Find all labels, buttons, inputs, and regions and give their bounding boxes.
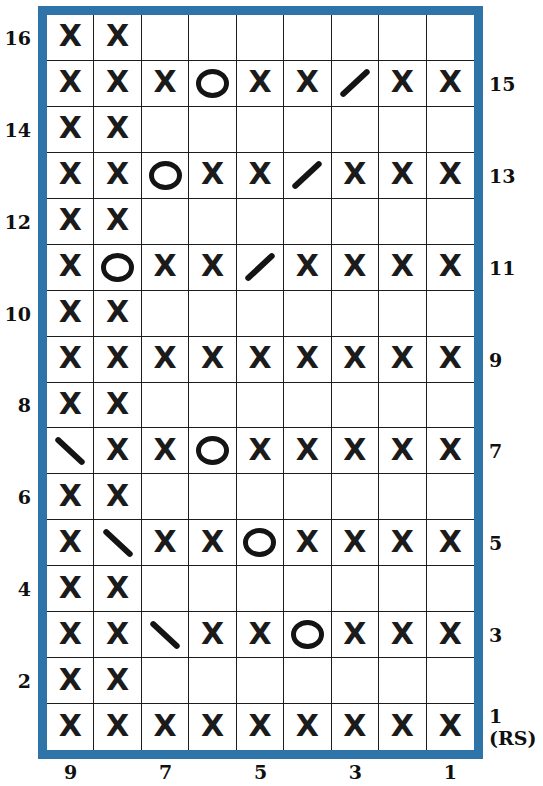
cell-r11-c6: X: [189, 245, 236, 291]
x-stitch-symbol: X: [343, 619, 366, 649]
yarn-over-circle-symbol: [196, 69, 229, 98]
chart-grid: XXXXXXXXXXXXXXXXXXXXXXXXXXXXXXXXXXXXXXXX…: [38, 6, 483, 759]
cell-r7-c3: X: [332, 428, 379, 474]
label-empty: [486, 107, 543, 153]
yarn-over-circle-symbol: [149, 161, 182, 190]
cell-r16-c1: [427, 15, 474, 61]
x-stitch-symbol: X: [201, 527, 224, 557]
x-stitch-symbol: X: [59, 343, 82, 373]
cell-r3-c1: X: [427, 612, 474, 658]
cell-r4-c4: [284, 566, 331, 612]
x-stitch-symbol: X: [154, 67, 177, 97]
x-stitch-symbol: X: [106, 389, 129, 419]
cell-r15-c9: X: [47, 61, 94, 107]
x-stitch-symbol: X: [296, 67, 319, 97]
x-stitch-symbol: X: [59, 389, 82, 419]
cell-r14-c9: X: [47, 107, 94, 153]
cell-r7-c9: [47, 428, 94, 474]
cell-r6-c4: [284, 474, 331, 520]
cell-r7-c7: X: [142, 428, 189, 474]
cell-r5-c6: X: [189, 520, 236, 566]
cell-r16-c3: [332, 15, 379, 61]
row-label-13: 13: [486, 153, 543, 199]
cell-r4-c6: [189, 566, 236, 612]
cell-r12-c9: X: [47, 199, 94, 245]
x-stitch-symbol: X: [106, 67, 129, 97]
cell-r12-c7: [142, 199, 189, 245]
label-empty: [0, 612, 34, 658]
x-stitch-symbol: X: [59, 665, 82, 695]
label-empty: [0, 704, 34, 750]
cell-r12-c5: [237, 199, 284, 245]
col-label-9: 9: [47, 758, 94, 785]
row-label-9: 9: [486, 337, 543, 383]
cell-r13-c8: X: [94, 153, 141, 199]
x-stitch-symbol: X: [154, 527, 177, 557]
cell-r11-c7: X: [142, 245, 189, 291]
label-empty: [0, 153, 34, 199]
cell-r9-c2: X: [379, 337, 426, 383]
cell-r10-c4: [284, 291, 331, 337]
label-empty: [486, 383, 543, 429]
x-stitch-symbol: X: [59, 481, 82, 511]
cell-r5-c4: X: [284, 520, 331, 566]
x-stitch-symbol: X: [106, 21, 129, 51]
x-stitch-symbol: X: [439, 527, 462, 557]
cell-r3-c3: X: [332, 612, 379, 658]
cell-r1-c7: X: [142, 704, 189, 750]
cell-r4-c8: X: [94, 566, 141, 612]
cell-r8-c4: [284, 383, 331, 429]
cell-r5-c7: X: [142, 520, 189, 566]
cell-r7-c8: X: [94, 428, 141, 474]
yarn-over-circle-symbol: [291, 620, 324, 649]
cell-r10-c8: X: [94, 291, 141, 337]
cell-r15-c6: [189, 61, 236, 107]
x-stitch-symbol: X: [296, 251, 319, 281]
cell-r13-c1: X: [427, 153, 474, 199]
x-stitch-symbol: X: [248, 711, 271, 741]
x-stitch-symbol: X: [391, 711, 414, 741]
cell-r11-c9: X: [47, 245, 94, 291]
x-stitch-symbol: X: [59, 619, 82, 649]
cell-r14-c4: [284, 107, 331, 153]
label-empty: [379, 758, 426, 785]
row-label-7: 7: [486, 428, 543, 474]
cell-r9-c6: X: [189, 337, 236, 383]
x-stitch-symbol: X: [439, 251, 462, 281]
x-stitch-symbol: X: [154, 711, 177, 741]
x-stitch-symbol: X: [296, 711, 319, 741]
row-label-16: 16: [0, 15, 34, 61]
x-stitch-symbol: X: [106, 113, 129, 143]
x-stitch-symbol: X: [106, 435, 129, 465]
cell-r16-c9: X: [47, 15, 94, 61]
cell-r1-c6: X: [189, 704, 236, 750]
slash-symbol: [291, 160, 323, 190]
cell-r9-c5: X: [237, 337, 284, 383]
yarn-over-circle-symbol: [196, 436, 229, 465]
x-stitch-symbol: X: [391, 251, 414, 281]
column-numbers-bottom: 97531: [47, 758, 474, 785]
x-stitch-symbol: X: [248, 159, 271, 189]
x-stitch-symbol: X: [106, 619, 129, 649]
label-empty: [486, 15, 543, 61]
label-empty: [0, 337, 34, 383]
cell-r1-c3: X: [332, 704, 379, 750]
cell-r3-c4: [284, 612, 331, 658]
x-stitch-symbol: X: [154, 435, 177, 465]
x-stitch-symbol: X: [343, 527, 366, 557]
x-stitch-symbol: X: [59, 21, 82, 51]
label-empty: [0, 61, 34, 107]
x-stitch-symbol: X: [201, 251, 224, 281]
row-label-4: 4: [0, 566, 34, 612]
label-empty: [486, 658, 543, 704]
cell-r12-c2: [379, 199, 426, 245]
cell-r11-c3: X: [332, 245, 379, 291]
x-stitch-symbol: X: [391, 435, 414, 465]
col-label-1: 1: [427, 758, 474, 785]
x-stitch-symbol: X: [106, 205, 129, 235]
cell-r16-c5: [237, 15, 284, 61]
cell-r4-c5: [237, 566, 284, 612]
x-stitch-symbol: X: [343, 711, 366, 741]
cell-r5-c9: X: [47, 520, 94, 566]
row-label-3: 3: [486, 612, 543, 658]
cell-r3-c6: X: [189, 612, 236, 658]
label-empty: [189, 758, 236, 785]
cell-r2-c1: [427, 658, 474, 704]
cell-r14-c3: [332, 107, 379, 153]
x-stitch-symbol: X: [154, 343, 177, 373]
x-stitch-symbol: X: [248, 435, 271, 465]
cell-r1-c5: X: [237, 704, 284, 750]
cell-r2-c3: [332, 658, 379, 704]
yarn-over-circle-symbol: [243, 528, 276, 557]
x-stitch-symbol: X: [296, 343, 319, 373]
cell-r11-c4: X: [284, 245, 331, 291]
cell-r5-c5: [237, 520, 284, 566]
cell-r16-c4: [284, 15, 331, 61]
cell-r9-c1: X: [427, 337, 474, 383]
row-label-5: 5: [486, 520, 543, 566]
x-stitch-symbol: X: [439, 67, 462, 97]
cell-r16-c8: X: [94, 15, 141, 61]
cell-r8-c5: [237, 383, 284, 429]
cell-r10-c1: [427, 291, 474, 337]
cell-r4-c7: [142, 566, 189, 612]
backslash-symbol: [149, 620, 181, 650]
cell-r2-c2: [379, 658, 426, 704]
x-stitch-symbol: X: [201, 159, 224, 189]
label-empty: [486, 291, 543, 337]
x-stitch-symbol: X: [439, 343, 462, 373]
x-stitch-symbol: X: [201, 711, 224, 741]
cell-r14-c7: [142, 107, 189, 153]
label-empty: [486, 474, 543, 520]
cell-r10-c2: [379, 291, 426, 337]
cell-r3-c9: X: [47, 612, 94, 658]
cell-r15-c7: X: [142, 61, 189, 107]
cell-r13-c2: X: [379, 153, 426, 199]
x-stitch-symbol: X: [106, 573, 129, 603]
row-label-12: 12: [0, 199, 34, 245]
col-label-3: 3: [332, 758, 379, 785]
cell-r10-c9: X: [47, 291, 94, 337]
cell-r14-c5: [237, 107, 284, 153]
x-stitch-symbol: X: [391, 343, 414, 373]
cell-r16-c7: [142, 15, 189, 61]
cell-r9-c3: X: [332, 337, 379, 383]
cell-r7-c6: [189, 428, 236, 474]
cell-r8-c9: X: [47, 383, 94, 429]
cell-r3-c8: X: [94, 612, 141, 658]
cell-r13-c3: X: [332, 153, 379, 199]
x-stitch-symbol: X: [343, 343, 366, 373]
cell-r1-c1: X: [427, 704, 474, 750]
x-stitch-symbol: X: [59, 711, 82, 741]
label-empty: [0, 428, 34, 474]
cell-r14-c1: [427, 107, 474, 153]
x-stitch-symbol: X: [439, 159, 462, 189]
cell-r6-c8: X: [94, 474, 141, 520]
cell-r15-c1: X: [427, 61, 474, 107]
slash-symbol: [339, 68, 371, 98]
cell-r13-c9: X: [47, 153, 94, 199]
cell-r8-c1: [427, 383, 474, 429]
row-label-10: 10: [0, 291, 34, 337]
x-stitch-symbol: X: [106, 481, 129, 511]
x-stitch-symbol: X: [106, 665, 129, 695]
x-stitch-symbol: X: [59, 527, 82, 557]
cell-r6-c2: [379, 474, 426, 520]
x-stitch-symbol: X: [59, 573, 82, 603]
cell-r14-c2: [379, 107, 426, 153]
cell-r2-c6: [189, 658, 236, 704]
cell-r15-c4: X: [284, 61, 331, 107]
x-stitch-symbol: X: [106, 343, 129, 373]
cell-r2-c5: [237, 658, 284, 704]
cell-r16-c6: [189, 15, 236, 61]
cell-r12-c8: X: [94, 199, 141, 245]
cell-r5-c2: X: [379, 520, 426, 566]
x-stitch-symbol: X: [439, 435, 462, 465]
cell-r11-c2: X: [379, 245, 426, 291]
cell-r6-c7: [142, 474, 189, 520]
row-label-15: 15: [486, 61, 543, 107]
cell-r1-c4: X: [284, 704, 331, 750]
cell-r10-c5: [237, 291, 284, 337]
x-stitch-symbol: X: [343, 159, 366, 189]
cell-r9-c4: X: [284, 337, 331, 383]
cell-r15-c2: X: [379, 61, 426, 107]
cell-r7-c1: X: [427, 428, 474, 474]
label-empty: [0, 245, 34, 291]
cell-r7-c5: X: [237, 428, 284, 474]
row-numbers-right: 15131197531 (RS): [486, 15, 543, 750]
cell-r6-c6: [189, 474, 236, 520]
cell-r15-c8: X: [94, 61, 141, 107]
x-stitch-symbol: X: [391, 159, 414, 189]
cell-r3-c5: X: [237, 612, 284, 658]
cell-r14-c6: [189, 107, 236, 153]
x-stitch-symbol: X: [296, 527, 319, 557]
x-stitch-symbol: X: [296, 435, 319, 465]
x-stitch-symbol: X: [248, 67, 271, 97]
cell-r2-c7: [142, 658, 189, 704]
label-empty: [94, 758, 141, 785]
cell-r12-c3: [332, 199, 379, 245]
cell-r10-c7: [142, 291, 189, 337]
cell-r11-c1: X: [427, 245, 474, 291]
cell-r12-c1: [427, 199, 474, 245]
cell-r8-c7: [142, 383, 189, 429]
cell-r13-c7: [142, 153, 189, 199]
knitting-chart: 161412108642 XXXXXXXXXXXXXXXXXXXXXXXXXXX…: [0, 0, 543, 786]
cell-r2-c4: [284, 658, 331, 704]
label-empty: [486, 566, 543, 612]
label-empty: [486, 199, 543, 245]
cell-r11-c8: [94, 245, 141, 291]
cell-r3-c7: [142, 612, 189, 658]
cell-r8-c2: [379, 383, 426, 429]
x-stitch-symbol: X: [154, 251, 177, 281]
row-label-6: 6: [0, 474, 34, 520]
cell-r11-c5: [237, 245, 284, 291]
x-stitch-symbol: X: [439, 619, 462, 649]
backslash-symbol: [102, 528, 134, 558]
cell-r5-c3: X: [332, 520, 379, 566]
x-stitch-symbol: X: [201, 619, 224, 649]
cell-r10-c6: [189, 291, 236, 337]
row-label-11: 11: [486, 245, 543, 291]
cell-r4-c1: [427, 566, 474, 612]
x-stitch-symbol: X: [391, 67, 414, 97]
cell-r4-c9: X: [47, 566, 94, 612]
cell-r7-c2: X: [379, 428, 426, 474]
row-label-2: 2: [0, 658, 34, 704]
x-stitch-symbol: X: [59, 67, 82, 97]
x-stitch-symbol: X: [439, 711, 462, 741]
slash-symbol: [244, 252, 276, 282]
x-stitch-symbol: X: [343, 251, 366, 281]
x-stitch-symbol: X: [343, 435, 366, 465]
row-label-1-RS: 1 (RS): [486, 704, 543, 750]
cell-r8-c3: [332, 383, 379, 429]
cell-r4-c3: [332, 566, 379, 612]
x-stitch-symbol: X: [106, 159, 129, 189]
cell-r8-c8: X: [94, 383, 141, 429]
cell-r9-c9: X: [47, 337, 94, 383]
x-stitch-symbol: X: [391, 527, 414, 557]
x-stitch-symbol: X: [201, 343, 224, 373]
cell-r6-c5: [237, 474, 284, 520]
cell-r6-c3: [332, 474, 379, 520]
cell-r9-c7: X: [142, 337, 189, 383]
cell-r2-c8: X: [94, 658, 141, 704]
cell-r13-c4: [284, 153, 331, 199]
cell-r3-c2: X: [379, 612, 426, 658]
x-stitch-symbol: X: [248, 343, 271, 373]
cell-r5-c8: [94, 520, 141, 566]
cell-r9-c8: X: [94, 337, 141, 383]
cell-r6-c1: [427, 474, 474, 520]
cell-r15-c3: [332, 61, 379, 107]
row-numbers-left: 161412108642: [0, 15, 34, 750]
cell-r1-c9: X: [47, 704, 94, 750]
x-stitch-symbol: X: [59, 297, 82, 327]
cell-r4-c2: [379, 566, 426, 612]
cell-r16-c2: [379, 15, 426, 61]
backslash-symbol: [54, 436, 86, 466]
cell-r5-c1: X: [427, 520, 474, 566]
row-label-14: 14: [0, 107, 34, 153]
cell-r7-c4: X: [284, 428, 331, 474]
yarn-over-circle-symbol: [101, 253, 134, 282]
cell-r14-c8: X: [94, 107, 141, 153]
cell-r6-c9: X: [47, 474, 94, 520]
cell-r12-c6: [189, 199, 236, 245]
row-label-8: 8: [0, 383, 34, 429]
label-empty: [284, 758, 331, 785]
cell-r8-c6: [189, 383, 236, 429]
col-label-7: 7: [142, 758, 189, 785]
cell-r15-c5: X: [237, 61, 284, 107]
x-stitch-symbol: X: [106, 297, 129, 327]
x-stitch-symbol: X: [248, 619, 271, 649]
col-label-5: 5: [237, 758, 284, 785]
cell-r1-c8: X: [94, 704, 141, 750]
x-stitch-symbol: X: [59, 159, 82, 189]
cell-r13-c6: X: [189, 153, 236, 199]
x-stitch-symbol: X: [59, 251, 82, 281]
cell-r12-c4: [284, 199, 331, 245]
cell-r1-c2: X: [379, 704, 426, 750]
x-stitch-symbol: X: [59, 205, 82, 235]
cell-r2-c9: X: [47, 658, 94, 704]
label-empty: [0, 520, 34, 566]
cell-r13-c5: X: [237, 153, 284, 199]
cell-r10-c3: [332, 291, 379, 337]
x-stitch-symbol: X: [59, 113, 82, 143]
x-stitch-symbol: X: [391, 619, 414, 649]
x-stitch-symbol: X: [106, 711, 129, 741]
